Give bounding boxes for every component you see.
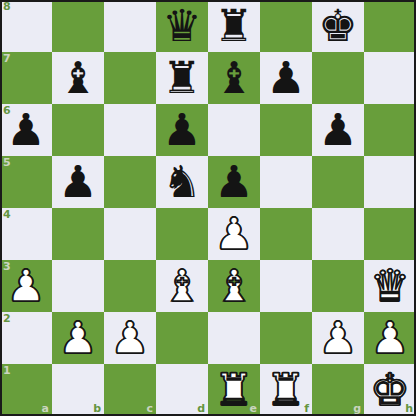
square-e2[interactable]	[208, 312, 260, 364]
piece-black-rook[interactable]: ♜	[162, 52, 201, 104]
square-g7[interactable]	[312, 52, 364, 104]
file-label-g: g	[353, 403, 361, 415]
piece-black-pawn[interactable]: ♟	[266, 52, 305, 104]
square-f7[interactable]: ♟	[260, 52, 312, 104]
square-c1[interactable]: c	[104, 364, 156, 416]
square-c4[interactable]	[104, 208, 156, 260]
square-b6[interactable]	[52, 104, 104, 156]
piece-white-pawn[interactable]: ♟	[58, 312, 97, 364]
square-f1[interactable]: f♜	[260, 364, 312, 416]
square-f8[interactable]	[260, 0, 312, 52]
square-f3[interactable]	[260, 260, 312, 312]
square-h2[interactable]: ♟	[364, 312, 416, 364]
square-d8[interactable]: ♛	[156, 0, 208, 52]
piece-white-bishop[interactable]: ♝	[214, 260, 253, 312]
rank-label-2: 2	[3, 313, 11, 325]
square-a2[interactable]: 2	[0, 312, 52, 364]
square-d6[interactable]: ♟	[156, 104, 208, 156]
rank-label-5: 5	[3, 157, 11, 169]
piece-black-queen[interactable]: ♛	[162, 0, 201, 52]
square-a1[interactable]: 1a	[0, 364, 52, 416]
file-label-c: c	[146, 403, 153, 415]
square-g1[interactable]: g	[312, 364, 364, 416]
square-e7[interactable]: ♝	[208, 52, 260, 104]
square-c6[interactable]	[104, 104, 156, 156]
square-h1[interactable]: h♚	[364, 364, 416, 416]
square-d5[interactable]: ♞	[156, 156, 208, 208]
square-b2[interactable]: ♟	[52, 312, 104, 364]
piece-white-queen[interactable]: ♛	[370, 260, 409, 312]
square-d7[interactable]: ♜	[156, 52, 208, 104]
square-h5[interactable]	[364, 156, 416, 208]
rank-label-4: 4	[3, 209, 11, 221]
square-g2[interactable]: ♟	[312, 312, 364, 364]
square-h8[interactable]	[364, 0, 416, 52]
piece-black-king[interactable]: ♚	[318, 0, 357, 52]
square-c3[interactable]	[104, 260, 156, 312]
square-h6[interactable]	[364, 104, 416, 156]
square-e8[interactable]: ♜	[208, 0, 260, 52]
file-label-b: b	[93, 403, 101, 415]
square-e1[interactable]: e♜	[208, 364, 260, 416]
square-g6[interactable]: ♟	[312, 104, 364, 156]
piece-black-pawn[interactable]: ♟	[214, 156, 253, 208]
file-label-a: a	[42, 403, 49, 415]
piece-white-bishop[interactable]: ♝	[162, 260, 201, 312]
square-c5[interactable]	[104, 156, 156, 208]
square-c7[interactable]	[104, 52, 156, 104]
piece-white-pawn[interactable]: ♟	[370, 312, 409, 364]
square-f2[interactable]	[260, 312, 312, 364]
piece-white-rook[interactable]: ♜	[214, 364, 253, 416]
square-a4[interactable]: 4	[0, 208, 52, 260]
square-e5[interactable]: ♟	[208, 156, 260, 208]
square-g8[interactable]: ♚	[312, 0, 364, 52]
rank-label-1: 1	[3, 365, 11, 377]
square-c2[interactable]: ♟	[104, 312, 156, 364]
square-h7[interactable]	[364, 52, 416, 104]
piece-white-king[interactable]: ♚	[370, 364, 409, 416]
square-a6[interactable]: 6♟	[0, 104, 52, 156]
square-a8[interactable]: 8	[0, 0, 52, 52]
square-b7[interactable]: ♝	[52, 52, 104, 104]
piece-white-pawn[interactable]: ♟	[214, 208, 253, 260]
square-d3[interactable]: ♝	[156, 260, 208, 312]
piece-white-pawn[interactable]: ♟	[110, 312, 149, 364]
square-g5[interactable]	[312, 156, 364, 208]
rank-label-8: 8	[3, 1, 11, 13]
square-b3[interactable]	[52, 260, 104, 312]
square-a3[interactable]: 3♟	[0, 260, 52, 312]
chess-board: 8♛♜♚7♝♜♝♟6♟♟♟5♟♞♟4♟3♟♝♝♛2♟♟♟♟1abcde♜f♜gh…	[0, 0, 416, 416]
square-g3[interactable]	[312, 260, 364, 312]
piece-black-bishop[interactable]: ♝	[214, 52, 253, 104]
square-h3[interactable]: ♛	[364, 260, 416, 312]
square-f5[interactable]	[260, 156, 312, 208]
square-e4[interactable]: ♟	[208, 208, 260, 260]
piece-black-knight[interactable]: ♞	[162, 156, 201, 208]
square-g4[interactable]	[312, 208, 364, 260]
square-e3[interactable]: ♝	[208, 260, 260, 312]
piece-black-pawn[interactable]: ♟	[58, 156, 97, 208]
piece-black-pawn[interactable]: ♟	[318, 104, 357, 156]
file-label-d: d	[197, 403, 205, 415]
square-b4[interactable]	[52, 208, 104, 260]
square-d1[interactable]: d	[156, 364, 208, 416]
piece-black-rook[interactable]: ♜	[214, 0, 253, 52]
square-c8[interactable]	[104, 0, 156, 52]
square-f4[interactable]	[260, 208, 312, 260]
square-f6[interactable]	[260, 104, 312, 156]
piece-white-rook[interactable]: ♜	[266, 364, 305, 416]
square-h4[interactable]	[364, 208, 416, 260]
square-b8[interactable]	[52, 0, 104, 52]
piece-white-pawn[interactable]: ♟	[318, 312, 357, 364]
square-a7[interactable]: 7	[0, 52, 52, 104]
square-d4[interactable]	[156, 208, 208, 260]
square-b5[interactable]: ♟	[52, 156, 104, 208]
piece-black-pawn[interactable]: ♟	[6, 104, 45, 156]
square-e6[interactable]	[208, 104, 260, 156]
rank-label-7: 7	[3, 53, 11, 65]
piece-black-pawn[interactable]: ♟	[162, 104, 201, 156]
square-b1[interactable]: b	[52, 364, 104, 416]
square-d2[interactable]	[156, 312, 208, 364]
square-a5[interactable]: 5	[0, 156, 52, 208]
piece-white-pawn[interactable]: ♟	[6, 260, 45, 312]
piece-black-bishop[interactable]: ♝	[58, 52, 97, 104]
